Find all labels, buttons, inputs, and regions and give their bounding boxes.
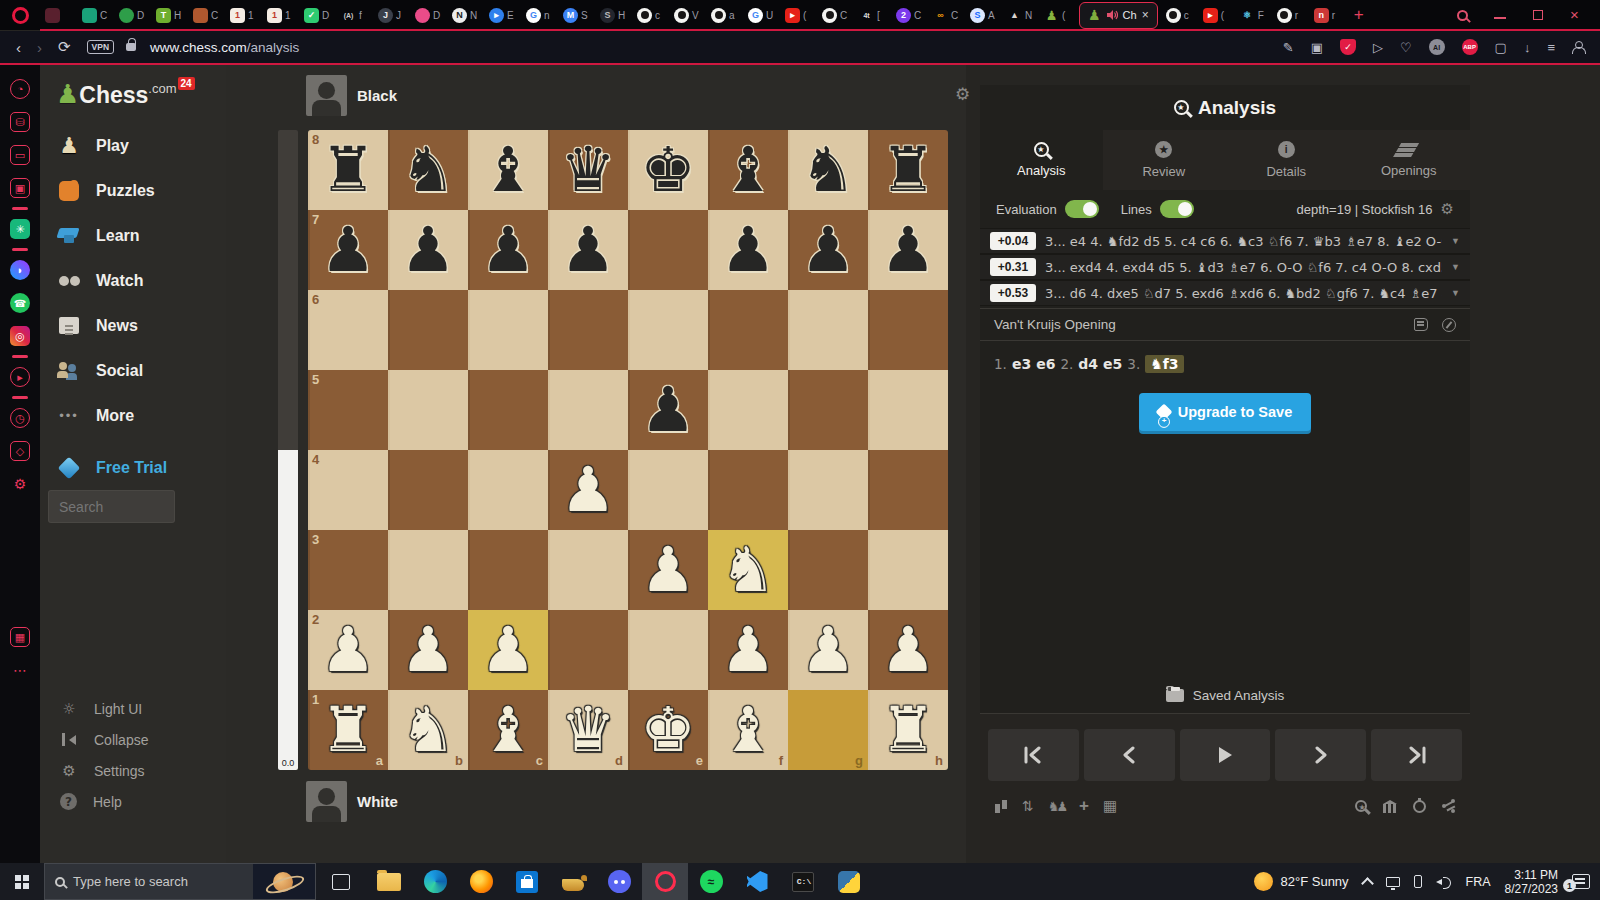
snapshot-camera-icon[interactable]: ▣ — [1311, 40, 1323, 55]
saved-analysis-row[interactable]: Saved Analysis — [980, 677, 1470, 713]
chevron-down-icon[interactable]: ▼ — [1451, 236, 1460, 246]
black-rook: ♜ — [868, 130, 948, 210]
sidebar-item-free-trial[interactable]: Free Trial — [56, 455, 167, 481]
square-g5[interactable] — [788, 370, 868, 450]
abp-badge-icon[interactable]: ABP — [1462, 39, 1478, 55]
browser-tab[interactable]: c — [1161, 2, 1198, 28]
tab-favicon: 1 — [230, 8, 245, 23]
chesscom-logo[interactable]: ♟ Chess .com 24 — [56, 81, 195, 109]
square-b4[interactable] — [388, 450, 468, 530]
network-pc-icon[interactable] — [1386, 877, 1400, 887]
sidebar-footer-settings[interactable]: ⚙Settings — [40, 755, 226, 786]
previous-move-button[interactable] — [1084, 729, 1175, 781]
tab-favicon: ∞ — [933, 8, 948, 23]
sidebar-footer-light-ui[interactable]: ☼Light UI — [40, 693, 226, 724]
square-d5[interactable] — [548, 370, 628, 450]
browser-tab[interactable]: MS — [558, 2, 595, 28]
phone-icon[interactable] — [1414, 875, 1422, 888]
chip-icon[interactable]: ▣ — [10, 178, 30, 198]
browser-tab[interactable]: C — [77, 2, 114, 28]
explorer-compass-icon[interactable] — [1442, 318, 1456, 332]
square-f1[interactable]: f♝ — [708, 690, 788, 770]
tab-title: C — [211, 10, 218, 21]
chevron-down-icon[interactable]: ▼ — [1451, 262, 1460, 272]
browser-tab[interactable]: TH — [151, 2, 188, 28]
browser-tab[interactable]: 11 — [225, 2, 262, 28]
tab-title: ( — [1062, 10, 1065, 21]
tab-title: C — [840, 10, 847, 21]
rank-label: 3 — [312, 532, 319, 547]
opera-gx-logo[interactable] — [0, 7, 40, 24]
white-king: ♚ — [628, 690, 708, 770]
social-icon — [56, 358, 82, 384]
tab-title: ( — [1221, 10, 1224, 21]
minimize-button[interactable] — [1494, 9, 1506, 21]
play-circle-icon[interactable]: ▸ — [10, 367, 30, 387]
square-g2[interactable]: ♟ — [788, 610, 868, 690]
instagram-icon[interactable]: ◎ — [10, 326, 30, 346]
notification-center-icon[interactable]: 1 — [1572, 874, 1590, 889]
gear-icon[interactable]: ⚙ — [10, 474, 30, 494]
image-icon[interactable]: ▦ — [10, 627, 30, 647]
next-move-button[interactable] — [1275, 729, 1366, 781]
browser-tab[interactable]: ⚛F — [1235, 2, 1272, 28]
sidebar-item-label: Learn — [96, 227, 140, 245]
whatsapp-icon[interactable]: ☎ — [10, 293, 30, 313]
square-d7[interactable]: ♟ — [548, 210, 628, 290]
browser-tab[interactable]: r — [1272, 2, 1309, 28]
evaluation-toggle[interactable] — [1065, 200, 1099, 218]
browser-tab[interactable]: ▲N — [1002, 2, 1039, 28]
panel-tab-label: Analysis — [1017, 163, 1065, 178]
square-a3[interactable]: 3 — [308, 530, 388, 610]
square-a7[interactable]: 7♟ — [308, 210, 388, 290]
square-a6[interactable]: 6 — [308, 290, 388, 370]
sidebar-item-puzzles[interactable]: Puzzles — [40, 168, 226, 213]
board-settings-gear-icon[interactable]: ⚙ — [955, 84, 970, 104]
black-rook: ♜ — [308, 130, 388, 210]
square-f2[interactable]: ♟ — [708, 610, 788, 690]
share-edit-icon[interactable]: ✎ — [1283, 40, 1294, 55]
python-icon — [838, 871, 860, 893]
share-icon[interactable] — [1442, 799, 1456, 813]
move[interactable]: e3 — [1012, 356, 1031, 372]
ai-badge-icon[interactable]: AI — [1429, 39, 1445, 55]
browser-tab[interactable]: 4t[ — [854, 2, 891, 28]
square-h7[interactable]: ♟ — [868, 210, 948, 290]
browser-tab[interactable]: D — [114, 2, 151, 28]
layers-icon — [1400, 143, 1418, 157]
search-input[interactable] — [48, 490, 175, 523]
square-f7[interactable]: ♟ — [708, 210, 788, 290]
taskbar-clock[interactable]: 3:11 PM 8/27/2023 — [1505, 868, 1558, 896]
tab-title: V — [692, 10, 699, 21]
move[interactable]: e5 — [1103, 356, 1122, 372]
square-c3[interactable] — [468, 530, 548, 610]
speedometer-icon[interactable]: ◔ — [10, 79, 30, 99]
square-d2[interactable] — [548, 610, 628, 690]
square-b3[interactable] — [388, 530, 468, 610]
edge-icon — [424, 870, 447, 893]
dots-icon[interactable]: ⋯ — [10, 660, 30, 680]
maximize-button[interactable] — [1532, 9, 1544, 21]
skip-to-end-button[interactable] — [1371, 729, 1462, 781]
browser-tab[interactable]: (A)f — [336, 2, 373, 28]
play-button[interactable] — [1180, 729, 1271, 781]
pieces-icon[interactable]: ♞♟ — [1048, 799, 1065, 814]
white-bishop: ♝ — [468, 690, 548, 770]
taskbar-search-icon — [55, 877, 65, 887]
sidebar-item-label: Watch — [96, 272, 143, 290]
taskbar-app-edge[interactable] — [412, 863, 458, 900]
discord-icon — [608, 870, 631, 893]
divider — [12, 355, 28, 358]
tab-title: A — [988, 10, 995, 21]
sidebar-item-label: More — [96, 407, 134, 425]
square-g4[interactable] — [788, 450, 868, 530]
tab-favicon: ⚛ — [1240, 8, 1255, 23]
taskbar-app-lamp[interactable] — [550, 863, 596, 900]
square-d3[interactable] — [548, 530, 628, 610]
black-bishop: ♝ — [708, 130, 788, 210]
move-current[interactable]: ♞f3 — [1145, 355, 1183, 373]
square-f4[interactable] — [708, 450, 788, 530]
square-a4[interactable]: 4 — [308, 450, 388, 530]
tray-expand-chevron-icon[interactable] — [1363, 875, 1372, 888]
flip-board-icon[interactable]: ⇅ — [1022, 798, 1034, 814]
setup-board-icon[interactable]: ▦ — [1103, 797, 1117, 815]
square-e3[interactable]: ♟ — [628, 530, 708, 610]
sidebar-item-social[interactable]: Social — [40, 348, 226, 393]
puzzles-icon — [59, 181, 79, 201]
logo-text: Chess — [79, 81, 148, 109]
tab-favicon — [415, 8, 430, 23]
square-c4[interactable] — [468, 450, 548, 530]
tab-favicon: 1 — [267, 8, 282, 23]
browser-tab[interactable]: ▸E — [484, 2, 521, 28]
browser-tab[interactable]: JJ — [373, 2, 410, 28]
tab-favicon — [674, 8, 689, 23]
footer-item-label: Help — [93, 794, 122, 810]
square-g7[interactable]: ♟ — [788, 210, 868, 290]
browser-tab[interactable]: D — [410, 2, 447, 28]
logo-badge: 24 — [178, 77, 195, 90]
weather-widget[interactable]: 82°F Sunny — [1254, 872, 1349, 891]
tab-favicon — [45, 8, 60, 23]
toggle-row: Evaluation Lines depth=19 | Stockfish 16… — [980, 190, 1470, 228]
square-b2[interactable]: ♟ — [388, 610, 468, 690]
evaluation-toggle-label: Evaluation — [996, 202, 1057, 217]
square-f8[interactable]: ♝ — [708, 130, 788, 210]
volume-icon[interactable] — [1436, 876, 1452, 888]
browser-tab[interactable]: C — [817, 2, 854, 28]
sidebar-item-watch[interactable]: Watch — [40, 258, 226, 303]
square-g8[interactable]: ♞ — [788, 130, 868, 210]
black-pawn: ♟ — [628, 370, 708, 450]
square-e7[interactable] — [628, 210, 708, 290]
browser-tab[interactable]: SA — [965, 2, 1002, 28]
taskbar-app-opera-gx[interactable] — [642, 863, 688, 900]
play-icon — [56, 133, 82, 159]
browser-tabs-after: c▸(⚛Frnr — [1161, 0, 1346, 30]
start-button[interactable] — [0, 875, 44, 889]
square-f3[interactable]: ♞ — [708, 530, 788, 610]
sidebar-item-label: Puzzles — [96, 182, 155, 200]
move[interactable]: e6 — [1036, 356, 1055, 372]
tab-title: H — [174, 10, 181, 21]
browser-tab[interactable]: 2C — [891, 2, 928, 28]
skip-to-start-button[interactable] — [988, 729, 1079, 781]
tab-title: f — [359, 10, 362, 21]
window-controls: × — [1457, 9, 1600, 21]
browser-tab[interactable]: C — [188, 2, 225, 28]
tab-title: N — [470, 10, 477, 21]
browser-tabs: CDTHC1111✓D(A)fJJDNN▸EGnMSSHcVaGU▸(C4t[2… — [40, 0, 1076, 30]
tab-favicon — [822, 8, 837, 23]
evaluation-bar: 0.0 — [278, 130, 298, 770]
notification-count: 1 — [1563, 879, 1576, 892]
timer-icon[interactable] — [1413, 800, 1426, 813]
engine-line-3[interactable]: +0.533... d6 4. dxe5 ♘d7 5. exd6 ♗xd6 6.… — [980, 281, 1470, 305]
tab-title: a — [729, 10, 735, 21]
browser-tab[interactable]: V — [669, 2, 706, 28]
tab-favicon — [119, 8, 134, 23]
language-indicator[interactable]: FRA — [1466, 875, 1491, 889]
tab-favicon — [711, 8, 726, 23]
top-player-row: Black — [306, 75, 397, 116]
task-view-button[interactable] — [332, 874, 350, 890]
tab-favicon: ▸ — [785, 8, 800, 23]
twitch-icon[interactable]: ▭ — [10, 145, 30, 165]
close-window-button[interactable]: × — [1570, 9, 1582, 21]
black-knight: ♞ — [788, 130, 868, 210]
gx-sidebar: ◔⛁▭▣✳◗☎◎▸◷◇⚙▦⋯ — [0, 65, 40, 863]
square-b6[interactable] — [388, 290, 468, 370]
profile-icon[interactable] — [1572, 41, 1584, 53]
spotify-icon: ≈ — [700, 870, 723, 893]
engine-settings-gear-icon[interactable]: ⚙ — [1441, 200, 1454, 218]
square-g1[interactable]: g — [788, 690, 868, 770]
move-list[interactable]: 1.e3e62.d4e53.♞f3 — [980, 347, 1470, 381]
square-g6[interactable] — [788, 290, 868, 370]
browser-tab[interactable] — [40, 2, 77, 28]
tab-title: H — [618, 10, 625, 21]
sidebar-item-more[interactable]: More — [40, 393, 226, 438]
saturn-image[interactable] — [253, 864, 315, 900]
tab-title: F — [1258, 10, 1264, 21]
square-e5[interactable]: ♟ — [628, 370, 708, 450]
sidebar-item-news[interactable]: News — [40, 303, 226, 348]
tab-search-icon[interactable] — [1457, 10, 1468, 21]
basket-icon[interactable]: ⛁ — [10, 112, 30, 132]
square-h1[interactable]: h♜ — [868, 690, 948, 770]
divider — [12, 248, 28, 251]
download-icon[interactable]: ↓ — [1524, 40, 1531, 55]
browser-tab[interactable]: ✓D — [299, 2, 336, 28]
divider — [12, 396, 28, 399]
zoom-magnifier-icon[interactable] — [1355, 800, 1367, 812]
taskbar-app-python[interactable] — [826, 863, 872, 900]
square-e2[interactable] — [628, 610, 708, 690]
messenger-icon[interactable]: ◗ — [10, 260, 30, 280]
logo-pawn-icon: ♟ — [56, 81, 79, 107]
chesscom-sidebar: ♟ Chess .com 24 PlayPuzzlesLearnWatchNew… — [40, 65, 226, 863]
address-bar[interactable]: www.chess.com/analysis — [150, 40, 299, 55]
black-pawn: ♟ — [548, 210, 628, 290]
browser-tab[interactable]: a — [706, 2, 743, 28]
browser-tab[interactable]: ♟( — [1039, 2, 1076, 28]
chatgpt-icon[interactable]: ✳ — [10, 219, 30, 239]
tab-analysis[interactable]: Analysis — [980, 130, 1103, 190]
square-h6[interactable] — [868, 290, 948, 370]
browser-tab[interactable]: ∞C — [928, 2, 965, 28]
square-b5[interactable] — [388, 370, 468, 450]
sidebar-item-play[interactable]: Play — [40, 123, 226, 168]
audio-speaker-icon — [1106, 9, 1118, 21]
sidebar-footer-help[interactable]: ?Help — [40, 786, 226, 817]
square-h3[interactable] — [868, 530, 948, 610]
send-icon[interactable]: ▷ — [1373, 40, 1383, 55]
chevron-down-icon[interactable]: ▼ — [1451, 288, 1460, 298]
collapse-icon — [60, 731, 78, 749]
upgrade-to-save-button[interactable]: Upgrade to Save — [1139, 393, 1311, 431]
lines-toggle[interactable] — [1160, 200, 1194, 218]
square-a2[interactable]: 2♟ — [308, 610, 388, 690]
taskbar-app-firefox[interactable] — [458, 863, 504, 900]
news-icon — [59, 317, 79, 334]
square-c2[interactable]: ♟ — [468, 610, 548, 690]
tab-openings[interactable]: Openings — [1348, 130, 1471, 190]
taskbar-app-store[interactable] — [504, 863, 550, 900]
vpn-badge[interactable]: VPN — [87, 40, 114, 54]
back-button[interactable]: ‹ — [16, 39, 21, 56]
engine-line-1[interactable]: +0.043... e4 4. ♞fd2 d5 5. c4 c6 6. ♞c3 … — [980, 229, 1470, 253]
sidebar-footer-collapse[interactable]: Collapse — [40, 724, 226, 755]
misc-icons-row: ⇅ ♞♟ + ▦ — [994, 796, 1456, 816]
tab-title: r — [1295, 10, 1298, 21]
square-h5[interactable] — [868, 370, 948, 450]
square-c5[interactable] — [468, 370, 548, 450]
square-h2[interactable]: ♟ — [868, 610, 948, 690]
heart-icon[interactable]: ♡ — [1400, 40, 1412, 55]
square-d6[interactable] — [548, 290, 628, 370]
square-a5[interactable]: 5 — [308, 370, 388, 450]
square-a1[interactable]: 1a♜ — [308, 690, 388, 770]
square-e4[interactable] — [628, 450, 708, 530]
tab-title: N — [1025, 10, 1032, 21]
taskbar-app-spotify[interactable]: ≈ — [688, 863, 734, 900]
opening-name[interactable]: Van't Kruijs Opening — [994, 317, 1116, 332]
cube-icon[interactable]: ◇ — [10, 441, 30, 461]
square-e6[interactable] — [628, 290, 708, 370]
square-c6[interactable] — [468, 290, 548, 370]
square-c7[interactable]: ♟ — [468, 210, 548, 290]
black-queen: ♛ — [548, 130, 628, 210]
square-d8[interactable]: ♛ — [548, 130, 628, 210]
tab-details[interactable]: iDetails — [1225, 130, 1348, 190]
white-pawn: ♟ — [628, 530, 708, 610]
history-clock-icon[interactable]: ◷ — [10, 408, 30, 428]
adblock-shield-icon[interactable]: ✓ — [1340, 39, 1356, 55]
browser-tab[interactable]: ▸( — [1198, 2, 1235, 28]
extension-box-icon[interactable]: ▢ — [1495, 40, 1507, 55]
tab-favicon: 2 — [896, 8, 911, 23]
tab-favicon: ✓ — [304, 8, 319, 23]
black-avatar[interactable] — [306, 75, 347, 116]
square-b8[interactable]: ♞ — [388, 130, 468, 210]
tab-title: D — [137, 10, 144, 21]
footer-item-label: Collapse — [94, 732, 148, 748]
black-pawn: ♟ — [308, 210, 388, 290]
bank-icon[interactable] — [1383, 800, 1397, 813]
reload-button[interactable]: ⟳ — [58, 38, 71, 56]
rank-label: 5 — [312, 372, 319, 387]
white-avatar[interactable] — [306, 781, 347, 822]
engine-line-2[interactable]: +0.313... exd4 4. exd4 d5 5. ♝d3 ♗e7 6. … — [980, 255, 1470, 279]
square-h8[interactable]: ♜ — [868, 130, 948, 210]
square-f6[interactable] — [708, 290, 788, 370]
taskbar-search[interactable]: Type here to search — [44, 863, 316, 900]
square-e8[interactable]: ♚ — [628, 130, 708, 210]
engine-lines: +0.043... e4 4. ♞fd2 d5 5. c4 c6 6. ♞c3 … — [980, 228, 1470, 306]
square-f5[interactable] — [708, 370, 788, 450]
sidebar-item-learn[interactable]: Learn — [40, 213, 226, 258]
bar-chart-icon[interactable] — [994, 799, 1008, 813]
tab-favicon: J — [378, 8, 393, 23]
browser-tab[interactable]: Gn — [521, 2, 558, 28]
tab-favicon: G — [748, 8, 763, 23]
settings-sliders-icon[interactable]: ≡ — [1547, 40, 1555, 55]
browser-tab[interactable]: NN — [447, 2, 484, 28]
browser-tab[interactable]: nr — [1309, 2, 1346, 28]
add-icon[interactable]: + — [1079, 796, 1089, 816]
square-g3[interactable] — [788, 530, 868, 610]
square-b1[interactable]: b♞ — [388, 690, 468, 770]
square-h4[interactable] — [868, 450, 948, 530]
move[interactable]: d4 — [1078, 356, 1098, 372]
file-explorer-icon — [377, 873, 401, 891]
close-tab-icon[interactable]: × — [1142, 8, 1149, 22]
square-c1[interactable]: c♝ — [468, 690, 548, 770]
taskbar-app-vscode[interactable] — [734, 863, 780, 900]
square-b7[interactable]: ♟ — [388, 210, 468, 290]
browser-tab[interactable]: SH — [595, 2, 632, 28]
new-tab-button[interactable]: + — [1354, 5, 1364, 25]
tab-favicon: M — [563, 8, 578, 23]
active-tab-chess[interactable]: ♟ Ch × — [1079, 2, 1158, 29]
tab-favicon — [1166, 8, 1181, 23]
tab-review[interactable]: ★Review — [1103, 130, 1226, 190]
taskbar-app-file-explorer[interactable] — [366, 863, 412, 900]
square-d4[interactable]: ♟ — [548, 450, 628, 530]
panel-tab-label: Review — [1142, 164, 1185, 179]
square-a8[interactable]: 8♜ — [308, 130, 388, 210]
tab-title: S — [581, 10, 588, 21]
taskbar-app-cmd[interactable]: C:\ — [780, 863, 826, 900]
square-d1[interactable]: d♛ — [548, 690, 628, 770]
browser-tab[interactable]: 11 — [262, 2, 299, 28]
browser-tab[interactable]: c — [632, 2, 669, 28]
browser-tab[interactable]: GU — [743, 2, 780, 28]
square-e1[interactable]: e♚ — [628, 690, 708, 770]
browser-tab[interactable]: ▸( — [780, 2, 817, 28]
taskbar-app-discord[interactable] — [596, 863, 642, 900]
tab-title: ( — [803, 10, 806, 21]
forward-button[interactable]: › — [37, 39, 42, 56]
chess-board[interactable]: 8♜♞♝♛♚♝♞♜7♟♟♟♟♟♟♟65♟4♟3♟♞2♟♟♟♟♟♟1a♜b♞c♝d… — [308, 130, 948, 770]
square-c8[interactable]: ♝ — [468, 130, 548, 210]
opening-book-icon[interactable] — [1414, 318, 1428, 331]
